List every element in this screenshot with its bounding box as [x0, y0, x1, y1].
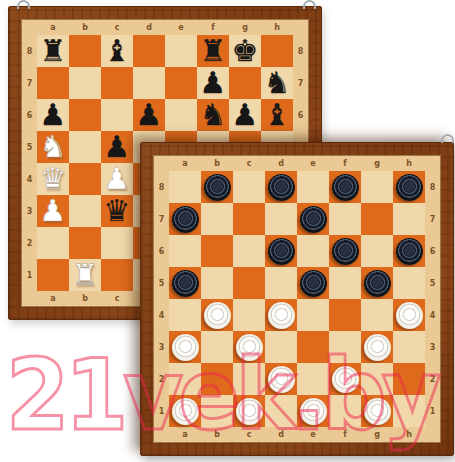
chess-square-a5[interactable]: ♞	[37, 131, 69, 163]
chess-file-label-h: h	[261, 20, 293, 35]
chess-square-b4[interactable]	[69, 163, 101, 195]
chess-piece-black-queen[interactable]: ♛	[104, 195, 131, 227]
chess-corner	[22, 291, 37, 306]
draughts-rank-label-1: 1	[154, 395, 169, 427]
draughts-file-label-b: b	[201, 427, 233, 442]
chess-rank-label-7: 7	[22, 67, 37, 99]
draughts-man-black[interactable]	[268, 238, 295, 265]
draughts-rank-label-4: 4	[154, 299, 169, 331]
chess-corner	[293, 20, 308, 35]
chess-square-b6[interactable]	[69, 99, 101, 131]
chess-piece-white-pawn[interactable]: ♟	[104, 163, 131, 195]
hanging-hook-icon	[441, 134, 454, 143]
draughts-rank-label-3: 3	[154, 331, 169, 363]
draughts-square-c6[interactable]	[233, 235, 265, 267]
draughts-square-g5[interactable]	[361, 267, 393, 299]
chess-piece-black-pawn[interactable]: ♟	[232, 99, 259, 131]
chess-square-g7[interactable]	[229, 67, 261, 99]
chess-square-c3[interactable]: ♛	[101, 195, 133, 227]
chess-square-f8[interactable]: ♜	[197, 35, 229, 67]
draughts-rank-label-6: 6	[154, 235, 169, 267]
chess-square-a1[interactable]	[37, 259, 69, 291]
draughts-square-g4[interactable]	[361, 299, 393, 331]
draughts-square-h4[interactable]	[393, 299, 425, 331]
draughts-man-white[interactable]	[364, 334, 391, 361]
draughts-file-label-c: c	[233, 427, 265, 442]
draughts-square-e5[interactable]	[297, 267, 329, 299]
chess-square-c2[interactable]	[101, 227, 133, 259]
draughts-square-f2[interactable]	[329, 363, 361, 395]
chess-corner	[22, 20, 37, 35]
draughts-man-black[interactable]	[332, 174, 359, 201]
chess-rank-label-6: 6	[22, 99, 37, 131]
draughts-square-g2[interactable]	[361, 363, 393, 395]
chess-piece-black-king[interactable]: ♚	[232, 35, 259, 67]
draughts-man-white[interactable]	[268, 302, 295, 329]
draughts-square-e2[interactable]	[297, 363, 329, 395]
draughts-square-e3[interactable]	[297, 331, 329, 363]
draughts-file-label-b: b	[201, 156, 233, 171]
chess-piece-black-rook[interactable]: ♜	[40, 35, 67, 67]
draughts-man-white[interactable]	[332, 366, 359, 393]
draughts-square-h5[interactable]	[393, 267, 425, 299]
draughts-rank-label-7: 7	[154, 203, 169, 235]
chess-square-h8[interactable]	[261, 35, 293, 67]
chess-piece-black-pawn[interactable]: ♟	[104, 131, 131, 163]
draughts-square-c7[interactable]	[233, 203, 265, 235]
draughts-square-b3[interactable]	[201, 331, 233, 363]
draughts-square-h6[interactable]	[393, 235, 425, 267]
draughts-man-black[interactable]	[396, 174, 423, 201]
draughts-square-c5[interactable]	[233, 267, 265, 299]
draughts-square-d2[interactable]	[265, 363, 297, 395]
chess-rank-label-3: 3	[22, 195, 37, 227]
draughts-square-g6[interactable]	[361, 235, 393, 267]
chess-piece-white-pawn[interactable]: ♟	[40, 195, 67, 227]
chess-piece-black-rook[interactable]: ♜	[200, 35, 227, 67]
draughts-square-d3[interactable]	[265, 331, 297, 363]
draughts-square-h3[interactable]	[393, 331, 425, 363]
draughts-square-g7[interactable]	[361, 203, 393, 235]
chess-piece-black-bishop[interactable]: ♝	[104, 35, 131, 67]
chess-square-g8[interactable]: ♚	[229, 35, 261, 67]
draughts-man-black[interactable]	[396, 238, 423, 265]
chess-square-d6[interactable]: ♟	[133, 99, 165, 131]
hanging-hook-icon	[17, 0, 30, 9]
draughts-man-black[interactable]	[268, 174, 295, 201]
chess-rank-label-4: 4	[22, 163, 37, 195]
chess-square-h7[interactable]: ♞	[261, 67, 293, 99]
draughts-man-white[interactable]	[172, 398, 199, 425]
draughts-board: abcdefgh8877665544332211abcdefgh	[140, 142, 454, 456]
draughts-corner	[154, 427, 169, 442]
draughts-square-d8[interactable]	[265, 171, 297, 203]
draughts-square-g3[interactable]	[361, 331, 393, 363]
draughts-square-a5[interactable]	[169, 267, 201, 299]
draughts-square-a6[interactable]	[169, 235, 201, 267]
draughts-square-g1[interactable]	[361, 395, 393, 427]
draughts-square-a4[interactable]	[169, 299, 201, 331]
chess-piece-black-knight[interactable]: ♞	[264, 67, 291, 99]
draughts-man-black[interactable]	[204, 174, 231, 201]
draughts-square-e8[interactable]	[297, 171, 329, 203]
draughts-file-label-h: h	[393, 156, 425, 171]
draughts-file-label-e: e	[297, 156, 329, 171]
chess-rank-label-1: 1	[22, 259, 37, 291]
draughts-file-label-f: f	[329, 427, 361, 442]
chess-file-label-c: c	[101, 291, 133, 306]
chess-piece-white-knight[interactable]: ♞	[40, 131, 67, 163]
chess-square-e7[interactable]	[165, 67, 197, 99]
draughts-man-black[interactable]	[300, 206, 327, 233]
draughts-square-d7[interactable]	[265, 203, 297, 235]
draughts-man-white[interactable]	[364, 398, 391, 425]
draughts-square-d6[interactable]	[265, 235, 297, 267]
chess-rank-label-2: 2	[22, 227, 37, 259]
draughts-square-b2[interactable]	[201, 363, 233, 395]
draughts-file-label-g: g	[361, 427, 393, 442]
draughts-square-h7[interactable]	[393, 203, 425, 235]
chess-square-c5[interactable]: ♟	[101, 131, 133, 163]
draughts-rank-label-1: 1	[425, 395, 440, 427]
chess-rank-label-6: 6	[293, 99, 308, 131]
chess-rank-label-8: 8	[22, 35, 37, 67]
chess-piece-white-rook[interactable]: ♜	[72, 259, 99, 291]
draughts-rank-label-2: 2	[425, 363, 440, 395]
draughts-man-white[interactable]	[300, 398, 327, 425]
chess-square-c7[interactable]	[101, 67, 133, 99]
draughts-man-black[interactable]	[332, 238, 359, 265]
chess-square-a8[interactable]: ♜	[37, 35, 69, 67]
product-photo: abcdefgh8♜♝♜♚87♟♞76♟♟♞♟♝65♞♟54♛♟43♟♛3221…	[0, 0, 455, 462]
draughts-square-b5[interactable]	[201, 267, 233, 299]
chess-square-b1[interactable]: ♜	[69, 259, 101, 291]
draughts-square-g8[interactable]	[361, 171, 393, 203]
draughts-file-label-f: f	[329, 156, 361, 171]
hanging-hook-icon	[303, 0, 316, 9]
chess-rank-label-5: 5	[22, 131, 37, 163]
draughts-square-a3[interactable]	[169, 331, 201, 363]
chess-square-c8[interactable]: ♝	[101, 35, 133, 67]
draughts-rank-label-8: 8	[154, 171, 169, 203]
draughts-board-grid: abcdefgh8877665544332211abcdefgh	[153, 155, 441, 443]
chess-square-f6[interactable]: ♞	[197, 99, 229, 131]
chess-piece-black-pawn[interactable]: ♟	[136, 99, 163, 131]
chess-square-c6[interactable]	[101, 99, 133, 131]
draughts-square-b7[interactable]	[201, 203, 233, 235]
draughts-square-d4[interactable]	[265, 299, 297, 331]
draughts-file-label-e: e	[297, 427, 329, 442]
draughts-man-white[interactable]	[236, 398, 263, 425]
draughts-man-white[interactable]	[172, 334, 199, 361]
draughts-square-e4[interactable]	[297, 299, 329, 331]
draughts-rank-label-2: 2	[154, 363, 169, 395]
chess-square-h6[interactable]: ♝	[261, 99, 293, 131]
draughts-man-white[interactable]	[204, 302, 231, 329]
draughts-square-a8[interactable]	[169, 171, 201, 203]
chess-square-b8[interactable]	[69, 35, 101, 67]
draughts-square-b8[interactable]	[201, 171, 233, 203]
draughts-square-f6[interactable]	[329, 235, 361, 267]
draughts-man-white[interactable]	[236, 334, 263, 361]
draughts-square-f3[interactable]	[329, 331, 361, 363]
draughts-man-white[interactable]	[396, 302, 423, 329]
draughts-rank-label-3: 3	[425, 331, 440, 363]
chess-file-label-b: b	[69, 291, 101, 306]
draughts-square-a2[interactable]	[169, 363, 201, 395]
chess-rank-label-7: 7	[293, 67, 308, 99]
chess-square-c4[interactable]: ♟	[101, 163, 133, 195]
draughts-square-d1[interactable]	[265, 395, 297, 427]
draughts-square-h2[interactable]	[393, 363, 425, 395]
draughts-man-black[interactable]	[300, 270, 327, 297]
chess-piece-black-pawn[interactable]: ♟	[40, 99, 67, 131]
chess-square-b2[interactable]	[69, 227, 101, 259]
chess-square-b5[interactable]	[69, 131, 101, 163]
draughts-file-label-d: d	[265, 156, 297, 171]
draughts-square-h8[interactable]	[393, 171, 425, 203]
draughts-square-e6[interactable]	[297, 235, 329, 267]
draughts-square-f8[interactable]	[329, 171, 361, 203]
chess-square-a7[interactable]	[37, 67, 69, 99]
chess-file-label-e: e	[165, 20, 197, 35]
draughts-man-black[interactable]	[172, 270, 199, 297]
chess-square-f7[interactable]: ♟	[197, 67, 229, 99]
chess-square-b3[interactable]	[69, 195, 101, 227]
draughts-man-white[interactable]	[268, 366, 295, 393]
chess-square-c1[interactable]	[101, 259, 133, 291]
draughts-square-a1[interactable]	[169, 395, 201, 427]
chess-square-d7[interactable]	[133, 67, 165, 99]
draughts-square-c2[interactable]	[233, 363, 265, 395]
chess-square-g6[interactable]: ♟	[229, 99, 261, 131]
draughts-man-black[interactable]	[364, 270, 391, 297]
chess-file-label-b: b	[69, 20, 101, 35]
chess-square-b7[interactable]	[69, 67, 101, 99]
chess-square-a6[interactable]: ♟	[37, 99, 69, 131]
draughts-file-label-g: g	[361, 156, 393, 171]
draughts-man-black[interactable]	[172, 206, 199, 233]
draughts-file-label-d: d	[265, 427, 297, 442]
draughts-square-f7[interactable]	[329, 203, 361, 235]
draughts-square-h1[interactable]	[393, 395, 425, 427]
draughts-square-e1[interactable]	[297, 395, 329, 427]
draughts-file-label-a: a	[169, 156, 201, 171]
draughts-square-d5[interactable]	[265, 267, 297, 299]
chess-square-a4[interactable]: ♛	[37, 163, 69, 195]
draughts-square-f4[interactable]	[329, 299, 361, 331]
draughts-square-c8[interactable]	[233, 171, 265, 203]
chess-piece-black-bishop[interactable]: ♝	[264, 99, 291, 131]
draughts-rank-label-5: 5	[425, 267, 440, 299]
chess-piece-white-queen[interactable]: ♛	[40, 163, 67, 195]
draughts-rank-label-5: 5	[154, 267, 169, 299]
draughts-rank-label-7: 7	[425, 203, 440, 235]
draughts-square-b4[interactable]	[201, 299, 233, 331]
draughts-square-c4[interactable]	[233, 299, 265, 331]
draughts-rank-label-6: 6	[425, 235, 440, 267]
chess-square-e6[interactable]	[165, 99, 197, 131]
draughts-square-e7[interactable]	[297, 203, 329, 235]
chess-file-label-a: a	[37, 291, 69, 306]
draughts-file-label-c: c	[233, 156, 265, 171]
chess-square-a2[interactable]	[37, 227, 69, 259]
draughts-rank-label-4: 4	[425, 299, 440, 331]
draughts-square-b6[interactable]	[201, 235, 233, 267]
draughts-corner	[154, 156, 169, 171]
draughts-file-label-a: a	[169, 427, 201, 442]
draughts-corner	[425, 427, 440, 442]
chess-rank-label-8: 8	[293, 35, 308, 67]
chess-square-e8[interactable]	[165, 35, 197, 67]
draughts-square-a7[interactable]	[169, 203, 201, 235]
chess-piece-black-knight[interactable]: ♞	[200, 99, 227, 131]
chess-square-a3[interactable]: ♟	[37, 195, 69, 227]
draughts-square-c1[interactable]	[233, 395, 265, 427]
draughts-square-f1[interactable]	[329, 395, 361, 427]
draughts-square-c3[interactable]	[233, 331, 265, 363]
draughts-corner	[425, 156, 440, 171]
draughts-square-b1[interactable]	[201, 395, 233, 427]
chess-square-d8[interactable]	[133, 35, 165, 67]
draughts-square-f5[interactable]	[329, 267, 361, 299]
chess-piece-black-pawn[interactable]: ♟	[200, 67, 227, 99]
chess-file-label-d: d	[133, 20, 165, 35]
draughts-rank-label-8: 8	[425, 171, 440, 203]
draughts-file-label-h: h	[393, 427, 425, 442]
